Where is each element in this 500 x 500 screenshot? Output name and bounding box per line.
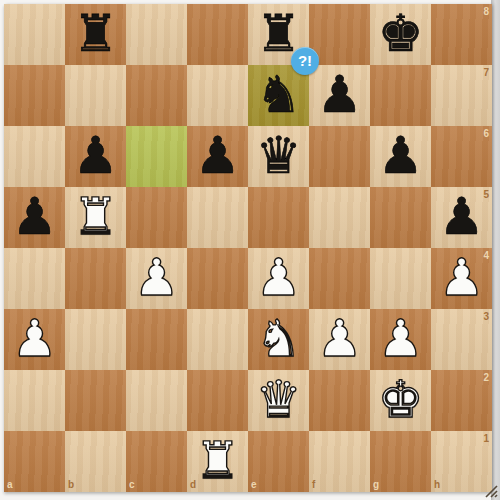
white-pawn-e4[interactable]: ♟ xyxy=(248,248,309,309)
file-label-c: c xyxy=(129,480,135,490)
square-b4[interactable] xyxy=(65,248,126,309)
square-b2[interactable] xyxy=(65,370,126,431)
square-a2[interactable] xyxy=(4,370,65,431)
square-e3[interactable]: ♞ xyxy=(248,309,309,370)
board-frame: ♜♜♚8♞♟7♟♟♛♟6♟♜♟5♟♟♟4♟♞♟♟3♛♚2abc♜defg1h ?… xyxy=(0,0,500,500)
square-h7[interactable]: 7 xyxy=(431,65,492,126)
square-f3[interactable]: ♟ xyxy=(309,309,370,370)
square-d1[interactable]: ♜d xyxy=(187,431,248,492)
square-e2[interactable]: ♛ xyxy=(248,370,309,431)
square-c6[interactable] xyxy=(126,126,187,187)
square-d2[interactable] xyxy=(187,370,248,431)
square-g4[interactable] xyxy=(370,248,431,309)
black-pawn-g6[interactable]: ♟ xyxy=(370,126,431,187)
square-h3[interactable]: 3 xyxy=(431,309,492,370)
square-g1[interactable]: g xyxy=(370,431,431,492)
square-g3[interactable]: ♟ xyxy=(370,309,431,370)
file-label-g: g xyxy=(373,480,379,490)
white-king-g2[interactable]: ♚ xyxy=(370,370,431,431)
square-b3[interactable] xyxy=(65,309,126,370)
chess-board[interactable]: ♜♜♚8♞♟7♟♟♛♟6♟♜♟5♟♟♟4♟♞♟♟3♛♚2abc♜defg1h xyxy=(4,4,492,492)
square-f2[interactable] xyxy=(309,370,370,431)
square-a5[interactable]: ♟ xyxy=(4,187,65,248)
square-d6[interactable]: ♟ xyxy=(187,126,248,187)
square-f7[interactable]: ♟ xyxy=(309,65,370,126)
square-a4[interactable] xyxy=(4,248,65,309)
black-pawn-b6[interactable]: ♟ xyxy=(65,126,126,187)
square-f6[interactable] xyxy=(309,126,370,187)
rank-label-8: 8 xyxy=(483,7,489,17)
square-b6[interactable]: ♟ xyxy=(65,126,126,187)
window-edge-strip xyxy=(491,0,500,500)
square-a3[interactable]: ♟ xyxy=(4,309,65,370)
square-c5[interactable] xyxy=(126,187,187,248)
square-f5[interactable] xyxy=(309,187,370,248)
square-d5[interactable] xyxy=(187,187,248,248)
square-e6[interactable]: ♛ xyxy=(248,126,309,187)
square-c1[interactable]: c xyxy=(126,431,187,492)
square-b7[interactable] xyxy=(65,65,126,126)
square-e4[interactable]: ♟ xyxy=(248,248,309,309)
white-knight-e3[interactable]: ♞ xyxy=(248,309,309,370)
square-g5[interactable] xyxy=(370,187,431,248)
square-c3[interactable] xyxy=(126,309,187,370)
square-c8[interactable] xyxy=(126,4,187,65)
file-label-e: e xyxy=(251,480,257,490)
square-c2[interactable] xyxy=(126,370,187,431)
square-f1[interactable]: f xyxy=(309,431,370,492)
square-b8[interactable]: ♜ xyxy=(65,4,126,65)
file-label-b: b xyxy=(68,480,74,490)
black-rook-b8[interactable]: ♜ xyxy=(65,4,126,65)
white-rook-b5[interactable]: ♜ xyxy=(65,187,126,248)
square-h8[interactable]: 8 xyxy=(431,4,492,65)
black-pawn-a5[interactable]: ♟ xyxy=(4,187,65,248)
square-h2[interactable]: 2 xyxy=(431,370,492,431)
white-queen-e2[interactable]: ♛ xyxy=(248,370,309,431)
square-c7[interactable] xyxy=(126,65,187,126)
square-c4[interactable]: ♟ xyxy=(126,248,187,309)
square-g6[interactable]: ♟ xyxy=(370,126,431,187)
inaccuracy-badge: ?! xyxy=(291,47,319,75)
rank-label-7: 7 xyxy=(483,68,489,78)
square-g7[interactable] xyxy=(370,65,431,126)
black-king-g8[interactable]: ♚ xyxy=(370,4,431,65)
black-queen-e6[interactable]: ♛ xyxy=(248,126,309,187)
rank-label-3: 3 xyxy=(483,312,489,322)
black-pawn-h5[interactable]: ♟ xyxy=(431,187,492,248)
square-d4[interactable] xyxy=(187,248,248,309)
file-label-f: f xyxy=(312,480,315,490)
square-b1[interactable]: b xyxy=(65,431,126,492)
white-pawn-a3[interactable]: ♟ xyxy=(4,309,65,370)
black-pawn-f7[interactable]: ♟ xyxy=(309,65,370,126)
square-h6[interactable]: 6 xyxy=(431,126,492,187)
square-g2[interactable]: ♚ xyxy=(370,370,431,431)
white-pawn-f3[interactable]: ♟ xyxy=(309,309,370,370)
square-h1[interactable]: 1h xyxy=(431,431,492,492)
white-pawn-c4[interactable]: ♟ xyxy=(126,248,187,309)
square-a6[interactable] xyxy=(4,126,65,187)
white-pawn-g3[interactable]: ♟ xyxy=(370,309,431,370)
rank-label-2: 2 xyxy=(483,373,489,383)
square-h5[interactable]: ♟5 xyxy=(431,187,492,248)
square-b5[interactable]: ♜ xyxy=(65,187,126,248)
square-f4[interactable] xyxy=(309,248,370,309)
board-resize-handle[interactable] xyxy=(485,485,498,498)
file-label-a: a xyxy=(7,480,13,490)
rank-label-1: 1 xyxy=(483,434,489,444)
square-d8[interactable] xyxy=(187,4,248,65)
square-a8[interactable] xyxy=(4,4,65,65)
square-a1[interactable]: a xyxy=(4,431,65,492)
square-d7[interactable] xyxy=(187,65,248,126)
square-g8[interactable]: ♚ xyxy=(370,4,431,65)
white-pawn-h4[interactable]: ♟ xyxy=(431,248,492,309)
file-label-h: h xyxy=(434,480,440,490)
black-pawn-d6[interactable]: ♟ xyxy=(187,126,248,187)
square-e5[interactable] xyxy=(248,187,309,248)
square-a7[interactable] xyxy=(4,65,65,126)
square-d3[interactable] xyxy=(187,309,248,370)
square-e1[interactable]: e xyxy=(248,431,309,492)
square-h4[interactable]: ♟4 xyxy=(431,248,492,309)
white-rook-d1[interactable]: ♜ xyxy=(187,431,248,492)
rank-label-6: 6 xyxy=(483,129,489,139)
